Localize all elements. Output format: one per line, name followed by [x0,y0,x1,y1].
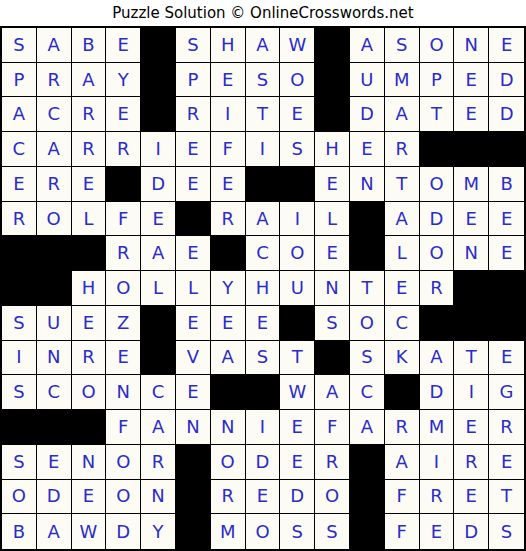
letter-cell-r11c9: W [280,375,315,410]
block-cell-r14c6 [176,480,211,515]
letter-cell-r11c15: G [489,375,524,410]
letter-cell-r14c9: D [280,480,315,515]
letter-cell-r11c10: A [315,375,350,410]
letter-cell-r10c4: E [106,341,141,376]
block-cell-r9c9 [280,306,315,341]
letter-cell-r3c13: T [420,97,455,132]
letter-cell-r11c13: D [420,375,455,410]
letter-cell-r12c9: E [280,410,315,445]
letter-cell-r4c3: R [72,132,107,167]
block-cell-r7c1 [2,236,37,271]
letter-cell-r4c4: R [106,132,141,167]
letter-cell-r10c13: A [420,341,455,376]
letter-cell-r11c4: N [106,375,141,410]
letter-cell-r3c9: E [280,97,315,132]
block-cell-r1c10 [315,28,350,63]
letter-cell-r3c1: A [2,97,37,132]
letter-cell-r6c7: R [211,202,246,237]
letter-cell-r13c4: O [106,445,141,480]
letter-cell-r8c12: E [385,271,420,306]
letter-cell-r6c10: L [315,202,350,237]
letter-cell-r12c11: A [350,410,385,445]
block-cell-r15c6 [176,514,211,549]
letter-cell-r3c6: R [176,97,211,132]
letter-cell-r4c2: A [37,132,72,167]
letter-cell-r2c1: P [2,63,37,98]
block-cell-r8c15 [489,271,524,306]
letter-cell-r5c10: E [315,167,350,202]
letter-cell-r13c9: E [280,445,315,480]
letter-cell-r1c13: O [420,28,455,63]
letter-cell-r3c8: T [246,97,281,132]
letter-cell-r10c1: I [2,341,37,376]
letter-cell-r9c7: E [211,306,246,341]
letter-cell-r3c2: C [37,97,72,132]
letter-cell-r10c2: N [37,341,72,376]
letter-cell-r7c5: A [141,236,176,271]
block-cell-r2c5 [141,63,176,98]
letter-cell-r14c8: E [246,480,281,515]
letter-cell-r6c2: O [37,202,72,237]
letter-cell-r11c3: O [72,375,107,410]
letter-cell-r9c1: S [2,306,37,341]
letter-cell-r13c8: D [246,445,281,480]
letter-cell-r9c6: E [176,306,211,341]
letter-cell-r6c1: R [2,202,37,237]
block-cell-r13c6 [176,445,211,480]
letter-cell-r13c2: E [37,445,72,480]
letter-cell-r3c4: E [106,97,141,132]
letter-cell-r9c4: Z [106,306,141,341]
letter-cell-r2c9: O [280,63,315,98]
letter-cell-r15c7: M [211,514,246,549]
letter-cell-r11c6: E [176,375,211,410]
letter-cell-r3c14: E [454,97,489,132]
letter-cell-r8c6: L [176,271,211,306]
letter-cell-r10c6: V [176,341,211,376]
letter-cell-r4c10: H [315,132,350,167]
letter-cell-r3c15: D [489,97,524,132]
letter-cell-r7c12: L [385,236,420,271]
letter-cell-r4c1: C [2,132,37,167]
letter-cell-r1c8: A [246,28,281,63]
letter-cell-r1c3: B [72,28,107,63]
letter-cell-r8c5: L [141,271,176,306]
letter-cell-r5c2: R [37,167,72,202]
letter-cell-r8c9: U [280,271,315,306]
block-cell-r9c5 [141,306,176,341]
letter-cell-r5c6: E [176,167,211,202]
letter-cell-r1c12: S [385,28,420,63]
letter-cell-r5c3: E [72,167,107,202]
letter-cell-r12c6: N [176,410,211,445]
letter-cell-r4c7: F [211,132,246,167]
letter-cell-r14c13: R [420,480,455,515]
block-cell-r12c2 [37,410,72,445]
letter-cell-r2c2: R [37,63,72,98]
block-cell-r5c4 [106,167,141,202]
letter-cell-r15c1: B [2,514,37,549]
letter-cell-r9c8: E [246,306,281,341]
letter-cell-r14c10: O [315,480,350,515]
letter-cell-r2c3: A [72,63,107,98]
puzzle-solution-page: Puzzle Solution © OnlineCrosswords.net S… [0,0,526,551]
block-cell-r12c1 [2,410,37,445]
letter-cell-r13c13: I [420,445,455,480]
letter-cell-r13c7: O [211,445,246,480]
block-cell-r11c12 [385,375,420,410]
letter-cell-r12c7: N [211,410,246,445]
letter-cell-r10c3: R [72,341,107,376]
letter-cell-r15c12: F [385,514,420,549]
letter-cell-r5c14: M [454,167,489,202]
block-cell-r7c11 [350,236,385,271]
letter-cell-r11c1: S [2,375,37,410]
letter-cell-r6c15: E [489,202,524,237]
letter-cell-r3c12: A [385,97,420,132]
letter-cell-r3c11: D [350,97,385,132]
letter-cell-r4c9: S [280,132,315,167]
letter-cell-r2c15: D [489,63,524,98]
block-cell-r4c13 [420,132,455,167]
letter-cell-r5c7: E [211,167,246,202]
block-cell-r9c14 [454,306,489,341]
letter-cell-r1c14: N [454,28,489,63]
letter-cell-r13c5: R [141,445,176,480]
letter-cell-r7c6: E [176,236,211,271]
letter-cell-r13c1: S [2,445,37,480]
block-cell-r4c15 [489,132,524,167]
block-cell-r10c10 [315,341,350,376]
letter-cell-r15c8: O [246,514,281,549]
letter-cell-r1c11: A [350,28,385,63]
block-cell-r7c7 [211,236,246,271]
letter-cell-r14c14: E [454,480,489,515]
letter-cell-r10c15: E [489,341,524,376]
letter-cell-r2c11: U [350,63,385,98]
block-cell-r6c11 [350,202,385,237]
block-cell-r5c8 [246,167,281,202]
letter-cell-r4c12: R [385,132,420,167]
block-cell-r11c7 [211,375,246,410]
letter-cell-r8c11: T [350,271,385,306]
letter-cell-r14c4: O [106,480,141,515]
letter-cell-r9c10: S [315,306,350,341]
letter-cell-r6c9: I [280,202,315,237]
letter-cell-r5c11: N [350,167,385,202]
letter-cell-r7c13: O [420,236,455,271]
letter-cell-r9c3: E [72,306,107,341]
page-title: Puzzle Solution © OnlineCrosswords.net [0,0,526,26]
block-cell-r13c11 [350,445,385,480]
letter-cell-r12c5: A [141,410,176,445]
letter-cell-r10c8: S [246,341,281,376]
block-cell-r7c2 [37,236,72,271]
letter-cell-r5c12: T [385,167,420,202]
letter-cell-r11c5: C [141,375,176,410]
letter-cell-r1c7: H [211,28,246,63]
block-cell-r6c6 [176,202,211,237]
letter-cell-r15c3: W [72,514,107,549]
letter-cell-r1c6: S [176,28,211,63]
letter-cell-r14c1: O [2,480,37,515]
letter-cell-r13c15: E [489,445,524,480]
letter-cell-r2c7: E [211,63,246,98]
letter-cell-r4c8: I [246,132,281,167]
letter-cell-r4c6: E [176,132,211,167]
letter-cell-r12c14: E [454,410,489,445]
letter-cell-r10c7: A [211,341,246,376]
letter-cell-r8c3: H [72,271,107,306]
letter-cell-r12c10: F [315,410,350,445]
letter-cell-r5c13: O [420,167,455,202]
letter-cell-r15c4: D [106,514,141,549]
letter-cell-r1c4: E [106,28,141,63]
letter-cell-r5c5: D [141,167,176,202]
letter-cell-r12c13: M [420,410,455,445]
block-cell-r14c11 [350,480,385,515]
letter-cell-r15c2: A [37,514,72,549]
letter-cell-r14c7: R [211,480,246,515]
letter-cell-r7c14: N [454,236,489,271]
letter-cell-r14c5: N [141,480,176,515]
letter-cell-r6c8: A [246,202,281,237]
letter-cell-r1c2: A [37,28,72,63]
letter-cell-r4c5: I [141,132,176,167]
letter-cell-r1c1: S [2,28,37,63]
block-cell-r5c9 [280,167,315,202]
block-cell-r8c2 [37,271,72,306]
letter-cell-r8c10: N [315,271,350,306]
crossword-grid: SABESHAWASONEPRAYPESOUMPEDACRERITEDATEDC… [0,26,526,551]
letter-cell-r10c14: T [454,341,489,376]
letter-cell-r12c8: I [246,410,281,445]
letter-cell-r8c4: O [106,271,141,306]
letter-cell-r13c12: A [385,445,420,480]
block-cell-r11c8 [246,375,281,410]
letter-cell-r1c9: W [280,28,315,63]
block-cell-r7c3 [72,236,107,271]
letter-cell-r11c14: I [454,375,489,410]
block-cell-r2c10 [315,63,350,98]
letter-cell-r6c5: E [141,202,176,237]
letter-cell-r2c8: S [246,63,281,98]
letter-cell-r4c11: E [350,132,385,167]
block-cell-r12c3 [72,410,107,445]
block-cell-r3c5 [141,97,176,132]
letter-cell-r6c12: A [385,202,420,237]
block-cell-r1c5 [141,28,176,63]
letter-cell-r15c14: D [454,514,489,549]
letter-cell-r6c4: F [106,202,141,237]
letter-cell-r14c15: T [489,480,524,515]
letter-cell-r5c1: E [2,167,37,202]
letter-cell-r14c2: D [37,480,72,515]
block-cell-r3c10 [315,97,350,132]
block-cell-r8c14 [454,271,489,306]
letter-cell-r6c14: E [454,202,489,237]
letter-cell-r1c15: E [489,28,524,63]
letter-cell-r15c13: E [420,514,455,549]
letter-cell-r14c12: F [385,480,420,515]
block-cell-r15c11 [350,514,385,549]
block-cell-r10c5 [141,341,176,376]
letter-cell-r15c10: S [315,514,350,549]
letter-cell-r6c3: L [72,202,107,237]
letter-cell-r13c3: N [72,445,107,480]
letter-cell-r7c15: E [489,236,524,271]
letter-cell-r2c4: Y [106,63,141,98]
letter-cell-r8c13: R [420,271,455,306]
letter-cell-r12c15: R [489,410,524,445]
letter-cell-r2c13: P [420,63,455,98]
block-cell-r9c15 [489,306,524,341]
letter-cell-r15c5: Y [141,514,176,549]
letter-cell-r8c8: H [246,271,281,306]
letter-cell-r11c11: C [350,375,385,410]
letter-cell-r2c6: P [176,63,211,98]
letter-cell-r11c2: C [37,375,72,410]
letter-cell-r6c13: D [420,202,455,237]
letter-cell-r5c15: B [489,167,524,202]
letter-cell-r12c12: R [385,410,420,445]
letter-cell-r13c14: R [454,445,489,480]
letter-cell-r9c2: U [37,306,72,341]
letter-cell-r13c10: R [315,445,350,480]
block-cell-r4c14 [454,132,489,167]
letter-cell-r15c15: S [489,514,524,549]
letter-cell-r2c12: M [385,63,420,98]
block-cell-r9c13 [420,306,455,341]
letter-cell-r7c10: E [315,236,350,271]
letter-cell-r3c7: I [211,97,246,132]
letter-cell-r10c11: S [350,341,385,376]
letter-cell-r15c9: S [280,514,315,549]
block-cell-r8c1 [2,271,37,306]
letter-cell-r9c12: C [385,306,420,341]
letter-cell-r8c7: Y [211,271,246,306]
letter-cell-r7c9: O [280,236,315,271]
letter-cell-r3c3: R [72,97,107,132]
letter-cell-r10c12: K [385,341,420,376]
letter-cell-r9c11: O [350,306,385,341]
letter-cell-r7c8: C [246,236,281,271]
letter-cell-r2c14: E [454,63,489,98]
letter-cell-r14c3: E [72,480,107,515]
letter-cell-r7c4: R [106,236,141,271]
letter-cell-r10c9: T [280,341,315,376]
letter-cell-r12c4: F [106,410,141,445]
